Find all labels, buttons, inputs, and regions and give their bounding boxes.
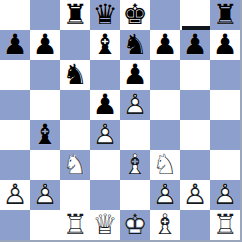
square-f5[interactable] [150,90,180,120]
square-f1[interactable]: ♝♗ [150,210,180,240]
black-pawn: ♟ [90,90,120,120]
square-c2[interactable] [60,180,90,210]
square-e8[interactable]: ♚ [120,0,150,30]
square-c7[interactable] [60,30,90,60]
square-f3[interactable]: ♞♘ [150,150,180,180]
square-c8[interactable]: ♜ [60,0,90,30]
square-b4[interactable]: ♝ [30,120,60,150]
square-a1[interactable] [0,210,30,240]
square-g3[interactable] [180,150,210,180]
square-a5[interactable] [0,90,30,120]
white-pawn: ♟♙ [120,90,150,120]
square-d3[interactable] [90,150,120,180]
square-a7[interactable]: ♟ [0,30,30,60]
black-rook: ♜ [210,0,240,30]
white-knight: ♞♘ [150,150,180,180]
white-knight: ♞♘ [60,150,90,180]
white-bishop: ♝♗ [120,150,150,180]
square-d1[interactable]: ♛♕ [90,210,120,240]
square-e7[interactable]: ♞ [120,30,150,60]
white-rook: ♜♖ [60,210,90,240]
square-h5[interactable] [210,90,240,120]
black-king: ♚ [120,0,150,30]
white-pawn: ♟♙ [30,180,60,210]
square-f4[interactable] [150,120,180,150]
black-knight: ♞ [60,60,90,90]
white-pawn: ♟♙ [180,180,210,210]
square-d8[interactable]: ♛ [90,0,120,30]
square-b1[interactable] [30,210,60,240]
white-pawn: ♟♙ [90,120,120,150]
black-pawn: ♟ [0,30,30,60]
square-e4[interactable] [120,120,150,150]
square-b5[interactable] [30,90,60,120]
square-d6[interactable] [90,60,120,90]
square-f7[interactable]: ♟ [150,30,180,60]
square-g1[interactable] [180,210,210,240]
square-h1[interactable]: ♜♖ [210,210,240,240]
square-h4[interactable] [210,120,240,150]
square-f6[interactable] [150,60,180,90]
white-pawn: ♟♙ [0,180,30,210]
square-b6[interactable] [30,60,60,90]
white-king: ♚♔ [120,210,150,240]
square-f8[interactable] [150,0,180,30]
square-c1[interactable]: ♜♖ [60,210,90,240]
square-a8[interactable] [0,0,30,30]
square-f2[interactable]: ♟♙ [150,180,180,210]
black-pawn: ♟ [30,30,60,60]
black-queen: ♛ [90,0,120,30]
square-h8[interactable]: ♜ [210,0,240,30]
white-bishop: ♝♗ [150,210,180,240]
square-h2[interactable]: ♟♙ [210,180,240,210]
white-queen: ♛♕ [90,210,120,240]
square-e2[interactable] [120,180,150,210]
square-d2[interactable] [90,180,120,210]
black-bishop: ♝ [30,120,60,150]
square-c3[interactable]: ♞♘ [60,150,90,180]
square-e1[interactable]: ♚♔ [120,210,150,240]
square-b3[interactable] [30,150,60,180]
black-pawn: ♟ [150,30,180,60]
black-bishop: ♝ [90,30,120,60]
square-g5[interactable] [180,90,210,120]
square-g6[interactable] [180,60,210,90]
square-b8[interactable] [30,0,60,30]
chess-board: ♜♛♚♜♟♟♝♞♟♟♟♞♟♟♟♙♝♟♙♞♘♝♗♞♘♟♙♟♙♟♙♟♙♟♙♜♖♛♕♚… [0,0,240,240]
square-d7[interactable]: ♝ [90,30,120,60]
square-c6[interactable]: ♞ [60,60,90,90]
sprite-bleed-artifact [182,26,210,30]
square-c4[interactable] [60,120,90,150]
square-g2[interactable]: ♟♙ [180,180,210,210]
square-h6[interactable] [210,60,240,90]
square-a2[interactable]: ♟♙ [0,180,30,210]
square-h3[interactable] [210,150,240,180]
square-a4[interactable] [0,120,30,150]
square-b2[interactable]: ♟♙ [30,180,60,210]
square-g4[interactable] [180,120,210,150]
square-c5[interactable] [60,90,90,120]
black-knight: ♞ [120,30,150,60]
square-e6[interactable]: ♟ [120,60,150,90]
square-e5[interactable]: ♟♙ [120,90,150,120]
black-pawn: ♟ [180,30,210,60]
square-g7[interactable]: ♟ [180,30,210,60]
square-a6[interactable] [0,60,30,90]
white-rook: ♜♖ [210,210,240,240]
black-rook: ♜ [60,0,90,30]
black-pawn: ♟ [120,60,150,90]
square-d5[interactable]: ♟ [90,90,120,120]
square-a3[interactable] [0,150,30,180]
white-pawn: ♟♙ [210,180,240,210]
square-h7[interactable]: ♟ [210,30,240,60]
square-e3[interactable]: ♝♗ [120,150,150,180]
square-d4[interactable]: ♟♙ [90,120,120,150]
chess-app-screenshot: ♜♛♚♜♟♟♝♞♟♟♟♞♟♟♟♙♝♟♙♞♘♝♗♞♘♟♙♟♙♟♙♟♙♟♙♜♖♛♕♚… [0,0,242,242]
black-pawn: ♟ [210,30,240,60]
square-b7[interactable]: ♟ [30,30,60,60]
white-pawn: ♟♙ [150,180,180,210]
